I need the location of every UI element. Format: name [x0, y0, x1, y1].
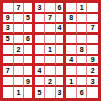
given-digit: 4: [58, 24, 62, 31]
given-digit: 8: [80, 46, 84, 53]
cell-r2c8[interactable]: [77, 14, 88, 25]
given-digit: 2: [16, 46, 20, 53]
cell-r2c9[interactable]: [87, 14, 98, 25]
cell-r8c5: 2: [45, 77, 56, 88]
cell-r3c4[interactable]: [35, 24, 46, 35]
cell-r4c3: 6: [24, 35, 35, 46]
cell-r2c6[interactable]: [56, 14, 67, 25]
given-digit: 5: [37, 89, 41, 96]
cell-r9c7[interactable]: [66, 87, 77, 98]
given-digit: 1: [48, 46, 52, 53]
cell-r9c5[interactable]: [45, 87, 56, 98]
cell-r1c7[interactable]: [66, 3, 77, 14]
cell-r9c9[interactable]: [87, 87, 98, 98]
given-digit: 1: [69, 78, 73, 85]
sudoku-board: 73619578347562184974292131536: [0, 0, 101, 101]
cell-r1c6: 6: [56, 3, 67, 14]
cell-r8c2[interactable]: [14, 77, 25, 88]
given-digit: 7: [16, 4, 20, 11]
cell-r6c2[interactable]: [14, 56, 25, 67]
cell-r9c2: 1: [14, 87, 25, 98]
cell-r6c3[interactable]: [24, 56, 35, 67]
given-digit: 2: [48, 78, 52, 85]
cell-r3c3[interactable]: [24, 24, 35, 35]
given-digit: 6: [80, 89, 84, 96]
cell-r5c5: 1: [45, 45, 56, 56]
cell-r8c6[interactable]: [56, 77, 67, 88]
cell-r5c8: 8: [77, 45, 88, 56]
cell-r2c7: 8: [66, 14, 77, 25]
cell-r3c9: 7: [87, 24, 98, 35]
given-digit: 3: [6, 24, 10, 31]
cell-r4c2[interactable]: [14, 35, 25, 46]
cell-r7c2[interactable]: [14, 66, 25, 77]
given-digit: 4: [69, 56, 73, 63]
cell-r6c5[interactable]: [45, 56, 56, 67]
given-digit: 3: [91, 78, 95, 85]
cell-r2c1: 9: [3, 14, 14, 25]
given-digit: 1: [80, 4, 84, 11]
cell-r9c6: 3: [56, 87, 67, 98]
cell-r9c1[interactable]: [3, 87, 14, 98]
cell-r4c5[interactable]: [45, 35, 56, 46]
cell-r1c8: 1: [77, 3, 88, 14]
given-digit: 6: [26, 35, 30, 42]
cell-r4c6[interactable]: [56, 35, 67, 46]
cell-r7c1: 7: [3, 66, 14, 77]
cell-r8c4[interactable]: [35, 77, 46, 88]
given-digit: 7: [48, 14, 52, 21]
given-digit: 3: [58, 89, 62, 96]
cell-r7c4: 4: [35, 66, 46, 77]
cell-r6c9: 9: [87, 56, 98, 67]
cell-r1c5[interactable]: [45, 3, 56, 14]
cell-r5c7[interactable]: [66, 45, 77, 56]
cell-r9c3[interactable]: [24, 87, 35, 98]
given-digit: 9: [6, 14, 10, 21]
cell-r1c2: 7: [14, 3, 25, 14]
cell-r3c8[interactable]: [77, 24, 88, 35]
cell-r1c1[interactable]: [3, 3, 14, 14]
given-digit: 7: [6, 67, 10, 74]
cell-r7c5[interactable]: [45, 66, 56, 77]
cell-r8c7: 1: [66, 77, 77, 88]
cell-r5c6[interactable]: [56, 45, 67, 56]
cell-r4c7[interactable]: [66, 35, 77, 46]
cell-r7c3[interactable]: [24, 66, 35, 77]
cell-r6c4[interactable]: [35, 56, 46, 67]
given-digit: 6: [58, 4, 62, 11]
given-digit: 3: [37, 4, 41, 11]
cell-r6c6[interactable]: [56, 56, 67, 67]
cell-r4c1: 5: [3, 35, 14, 46]
cell-r3c1: 3: [3, 24, 14, 35]
given-digit: 1: [16, 89, 20, 96]
cell-r5c1[interactable]: [3, 45, 14, 56]
cell-r6c7: 4: [66, 56, 77, 67]
cell-r7c9: 2: [87, 66, 98, 77]
cell-r5c9[interactable]: [87, 45, 98, 56]
given-digit: 5: [6, 35, 10, 42]
cell-r8c1[interactable]: [3, 77, 14, 88]
cell-r4c8[interactable]: [77, 35, 88, 46]
cell-r2c5: 7: [45, 14, 56, 25]
cell-r6c1[interactable]: [3, 56, 14, 67]
cell-r7c6[interactable]: [56, 66, 67, 77]
cell-r2c3: 5: [24, 14, 35, 25]
cell-r6c8[interactable]: [77, 56, 88, 67]
given-digit: 7: [91, 24, 95, 31]
cell-r5c3[interactable]: [24, 45, 35, 56]
given-digit: 5: [26, 14, 30, 21]
cell-r5c2: 2: [14, 45, 25, 56]
cell-r9c8: 6: [77, 87, 88, 98]
cell-r7c8[interactable]: [77, 66, 88, 77]
cell-r3c5[interactable]: [45, 24, 56, 35]
cell-r2c4[interactable]: [35, 14, 46, 25]
cell-r1c3[interactable]: [24, 3, 35, 14]
given-digit: 9: [91, 56, 95, 63]
given-digit: 4: [37, 67, 41, 74]
given-digit: 9: [26, 78, 30, 85]
cell-r7c7[interactable]: [66, 66, 77, 77]
cell-r9c4: 5: [35, 87, 46, 98]
cell-r8c3: 9: [24, 77, 35, 88]
cell-r3c7[interactable]: [66, 24, 77, 35]
given-digit: 8: [69, 14, 73, 21]
cell-r1c9[interactable]: [87, 3, 98, 14]
cell-r5c4[interactable]: [35, 45, 46, 56]
cell-r4c9[interactable]: [87, 35, 98, 46]
cell-r1c4: 3: [35, 3, 46, 14]
cell-r3c6: 4: [56, 24, 67, 35]
cell-r3c2[interactable]: [14, 24, 25, 35]
cell-r8c8[interactable]: [77, 77, 88, 88]
cell-r4c4[interactable]: [35, 35, 46, 46]
cell-r2c2[interactable]: [14, 14, 25, 25]
given-digit: 2: [91, 67, 95, 74]
cell-r8c9: 3: [87, 77, 98, 88]
